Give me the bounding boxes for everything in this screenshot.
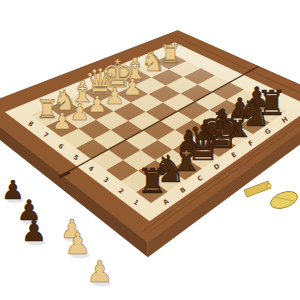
- light-pawn: ♟: [52, 108, 72, 134]
- light-pawn: ♟: [105, 83, 125, 109]
- clasp-plate: [244, 181, 271, 197]
- clasp-hasp: [268, 188, 299, 212]
- dark-rook: ♜: [137, 161, 168, 201]
- chess-set-product-photo: ABCDEFGH12345678♜♞♝♚♛♟♝♟♟♞♟♜♟♜♟♞♟♟♝♟♚♟♛♝…: [0, 0, 300, 300]
- light-pawn: ♟: [70, 99, 90, 125]
- chess-set-photo: ABCDEFGH12345678♜♞♝♚♛♟♝♟♟♞♟♜♟♜♟♞♟♟♝♟♚♟♛♝…: [0, 0, 300, 300]
- light-pawn: ♟: [122, 74, 142, 100]
- light-pawn: ♟: [87, 91, 107, 117]
- light-pawn-off-board: ♟: [87, 254, 114, 289]
- dark-pawn-off-board: ♟: [21, 214, 47, 248]
- clasp-pin: [267, 184, 271, 188]
- brass-clasp: [244, 181, 300, 212]
